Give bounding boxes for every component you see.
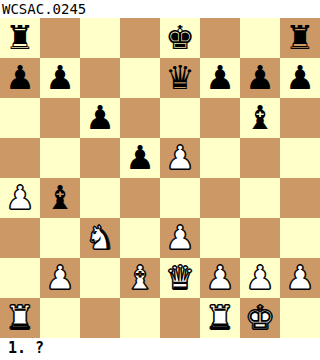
square-b5[interactable] (40, 138, 80, 178)
square-f1[interactable]: ♜ (200, 298, 240, 338)
square-e3[interactable]: ♟ (160, 218, 200, 258)
square-d3[interactable] (120, 218, 160, 258)
piece-white-knight: ♞ (85, 218, 115, 258)
piece-white-pawn: ♟ (285, 258, 315, 298)
square-g3[interactable] (240, 218, 280, 258)
square-e6[interactable] (160, 98, 200, 138)
piece-black-rook: ♜ (5, 18, 35, 58)
square-a5[interactable] (0, 138, 40, 178)
square-d6[interactable] (120, 98, 160, 138)
square-e4[interactable] (160, 178, 200, 218)
piece-black-pawn: ♟ (5, 58, 35, 98)
piece-white-pawn: ♟ (165, 138, 195, 178)
piece-white-rook: ♜ (5, 298, 35, 338)
square-e5[interactable]: ♟ (160, 138, 200, 178)
square-f3[interactable] (200, 218, 240, 258)
square-b8[interactable] (40, 18, 80, 58)
piece-white-queen: ♛ (165, 258, 195, 298)
square-c7[interactable] (80, 58, 120, 98)
piece-white-pawn: ♟ (245, 258, 275, 298)
square-b1[interactable] (40, 298, 80, 338)
piece-white-bishop: ♝ (125, 258, 155, 298)
square-e1[interactable] (160, 298, 200, 338)
square-h8[interactable]: ♜ (280, 18, 320, 58)
piece-black-bishop: ♝ (45, 178, 75, 218)
square-h5[interactable] (280, 138, 320, 178)
square-e8[interactable]: ♚ (160, 18, 200, 58)
square-b6[interactable] (40, 98, 80, 138)
square-f2[interactable]: ♟ (200, 258, 240, 298)
square-a8[interactable]: ♜ (0, 18, 40, 58)
piece-black-pawn: ♟ (125, 138, 155, 178)
square-a4[interactable]: ♟ (0, 178, 40, 218)
piece-white-pawn: ♟ (205, 258, 235, 298)
piece-white-pawn: ♟ (45, 258, 75, 298)
piece-black-rook: ♜ (285, 18, 315, 58)
piece-white-pawn: ♟ (5, 178, 35, 218)
square-d8[interactable] (120, 18, 160, 58)
square-h2[interactable]: ♟ (280, 258, 320, 298)
square-h1[interactable] (280, 298, 320, 338)
square-h3[interactable] (280, 218, 320, 258)
square-a2[interactable] (0, 258, 40, 298)
square-g4[interactable] (240, 178, 280, 218)
square-h7[interactable]: ♟ (280, 58, 320, 98)
piece-black-pawn: ♟ (285, 58, 315, 98)
square-c5[interactable] (80, 138, 120, 178)
square-c4[interactable] (80, 178, 120, 218)
square-b4[interactable]: ♝ (40, 178, 80, 218)
square-d5[interactable]: ♟ (120, 138, 160, 178)
square-c1[interactable] (80, 298, 120, 338)
piece-black-pawn: ♟ (85, 98, 115, 138)
square-d2[interactable]: ♝ (120, 258, 160, 298)
square-g7[interactable]: ♟ (240, 58, 280, 98)
piece-black-bishop: ♝ (245, 98, 275, 138)
piece-black-pawn: ♟ (205, 58, 235, 98)
square-c6[interactable]: ♟ (80, 98, 120, 138)
piece-white-rook: ♜ (205, 298, 235, 338)
square-b2[interactable]: ♟ (40, 258, 80, 298)
square-h4[interactable] (280, 178, 320, 218)
square-a1[interactable]: ♜ (0, 298, 40, 338)
piece-black-pawn: ♟ (45, 58, 75, 98)
square-f5[interactable] (200, 138, 240, 178)
square-f7[interactable]: ♟ (200, 58, 240, 98)
square-d4[interactable] (120, 178, 160, 218)
square-g2[interactable]: ♟ (240, 258, 280, 298)
square-e7[interactable]: ♛ (160, 58, 200, 98)
piece-black-king: ♚ (165, 18, 195, 58)
square-f4[interactable] (200, 178, 240, 218)
square-h6[interactable] (280, 98, 320, 138)
chess-puzzle-page: WCSAC.0245 ♜♚♜♟♟♛♟♟♟♟♝♟♟♟♝♞♟♟♝♛♟♟♟♜♜♚ 1.… (0, 0, 320, 360)
move-prompt-label: 1. ? (0, 338, 320, 360)
piece-white-king: ♚ (245, 298, 275, 338)
square-a6[interactable] (0, 98, 40, 138)
square-f6[interactable] (200, 98, 240, 138)
square-d1[interactable] (120, 298, 160, 338)
piece-black-pawn: ♟ (245, 58, 275, 98)
square-g5[interactable] (240, 138, 280, 178)
square-b7[interactable]: ♟ (40, 58, 80, 98)
square-e2[interactable]: ♛ (160, 258, 200, 298)
square-f8[interactable] (200, 18, 240, 58)
puzzle-id-label: WCSAC.0245 (0, 0, 320, 18)
square-a7[interactable]: ♟ (0, 58, 40, 98)
square-c3[interactable]: ♞ (80, 218, 120, 258)
square-g1[interactable]: ♚ (240, 298, 280, 338)
piece-black-queen: ♛ (165, 58, 195, 98)
chess-board: ♜♚♜♟♟♛♟♟♟♟♝♟♟♟♝♞♟♟♝♛♟♟♟♜♜♚ (0, 18, 320, 338)
square-c2[interactable] (80, 258, 120, 298)
square-d7[interactable] (120, 58, 160, 98)
square-g6[interactable]: ♝ (240, 98, 280, 138)
square-a3[interactable] (0, 218, 40, 258)
square-b3[interactable] (40, 218, 80, 258)
square-g8[interactable] (240, 18, 280, 58)
piece-white-pawn: ♟ (165, 218, 195, 258)
square-c8[interactable] (80, 18, 120, 58)
